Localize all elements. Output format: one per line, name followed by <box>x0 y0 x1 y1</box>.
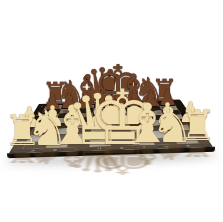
piece-reflection: ♟ <box>139 122 196 136</box>
piece-reflection: ♟ <box>116 123 173 137</box>
piece-black-pawn: ♟ <box>113 88 157 110</box>
piece-reflection: ♟ <box>31 108 75 119</box>
piece-white-king: ♚ <box>47 80 199 156</box>
piece-reflection: ♚ <box>63 102 172 129</box>
piece-reflection: ♟ <box>47 108 91 119</box>
piece-white-queen: ♛ <box>28 85 168 155</box>
piece-black-pawn: ♟ <box>47 90 91 112</box>
piece-reflection: ♟ <box>47 125 104 139</box>
piece-black-pawn: ♟ <box>96 89 140 111</box>
piece-reflection: ♞ <box>125 139 221 163</box>
piece-white-pawn: ♟ <box>24 103 81 131</box>
piece-black-bishop: ♝ <box>95 70 173 109</box>
piece-black-rook: ♜ <box>134 76 194 106</box>
piece-reflection: ♚ <box>47 141 199 179</box>
piece-white-pawn: ♟ <box>1 104 58 132</box>
piece-reflection: ♞ <box>36 103 105 120</box>
piece-reflection: ♜ <box>25 104 85 119</box>
piece-white-knight: ♞ <box>125 101 221 149</box>
piece-reflection: ♞ <box>0 143 96 167</box>
piece-reflection: ♟ <box>1 126 58 140</box>
piece-black-pawn: ♟ <box>129 88 173 110</box>
piece-reflection: ♛ <box>28 141 168 176</box>
piece-black-pawn: ♟ <box>31 91 75 113</box>
piece-reflection: ♟ <box>96 106 140 117</box>
product-photo: abcdefgh87654321 ♜♜♞♞♝♝♛♛♚♚♝♝♞♞♜♜♟♟♟♟♟♟♟… <box>0 0 222 222</box>
piece-reflection: ♜ <box>134 100 194 115</box>
piece-reflection: ♟ <box>129 105 173 116</box>
piece-white-pawn: ♟ <box>70 102 127 130</box>
piece-black-pawn: ♟ <box>80 89 124 111</box>
piece-black-rook: ♜ <box>25 79 85 109</box>
piece-reflection: ♟ <box>162 122 219 136</box>
piece-black-pawn: ♟ <box>64 90 108 112</box>
piece-reflection: ♝ <box>19 142 127 169</box>
piece-black-knight: ♞ <box>36 76 105 111</box>
piece-white-pawn: ♟ <box>139 100 196 128</box>
piece-black-king: ♚ <box>63 58 172 113</box>
piece-reflection: ♛ <box>52 102 153 127</box>
piece-reflection: ♟ <box>24 126 81 140</box>
piece-white-bishop: ♝ <box>94 97 202 151</box>
piece-reflection: ♝ <box>94 140 202 167</box>
piece-reflection: ♜ <box>0 144 65 165</box>
piece-black-bishop: ♝ <box>48 72 126 111</box>
piece-white-rook: ♜ <box>0 110 65 152</box>
piece-white-bishop: ♝ <box>19 99 127 153</box>
piece-reflection: ♝ <box>95 101 173 120</box>
piece-reflection: ♜ <box>156 138 223 159</box>
piece-black-knight: ♞ <box>114 73 183 108</box>
pieces-layer: ♜♜♞♞♝♝♛♛♚♚♝♝♞♞♜♜♟♟♟♟♟♟♟♟♟♟♟♟♟♟♟♟♟♟♟♟♟♟♟♟… <box>0 0 222 222</box>
piece-black-pawn: ♟ <box>146 87 190 109</box>
piece-reflection: ♝ <box>48 103 126 122</box>
piece-reflection: ♟ <box>64 107 108 118</box>
piece-reflection: ♟ <box>80 107 124 118</box>
piece-white-knight: ♞ <box>0 104 96 152</box>
piece-black-queen: ♛ <box>52 62 153 112</box>
piece-white-pawn: ♟ <box>162 99 219 127</box>
piece-reflection: ♟ <box>146 105 190 116</box>
piece-reflection: ♟ <box>93 124 150 138</box>
piece-reflection: ♟ <box>70 124 127 138</box>
piece-white-rook: ♜ <box>156 105 223 147</box>
piece-reflection: ♟ <box>113 106 157 117</box>
piece-reflection: ♞ <box>114 101 183 118</box>
piece-white-pawn: ♟ <box>93 101 150 129</box>
piece-white-pawn: ♟ <box>116 100 173 128</box>
piece-white-pawn: ♟ <box>47 102 104 130</box>
